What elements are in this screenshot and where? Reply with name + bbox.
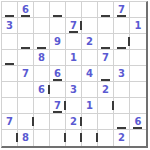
cell-r9c4[interactable] (50, 130, 66, 146)
cell-r8c3[interactable] (34, 114, 50, 130)
cell-r8c8[interactable] (114, 114, 130, 130)
cell-r1c4[interactable] (50, 2, 66, 18)
cell-r8c6[interactable] (82, 114, 98, 130)
cell-r1c8[interactable]: 7 (114, 2, 130, 18)
cell-r6c9[interactable] (130, 82, 146, 98)
cell-r4c5[interactable]: 1 (66, 50, 82, 66)
cell-r6c6[interactable] (82, 82, 98, 98)
cell-r9c6[interactable] (82, 130, 98, 146)
cell-r9c3[interactable] (34, 130, 50, 146)
cell-r8c1[interactable]: 7 (2, 114, 18, 130)
cell-r5c8[interactable]: 3 (114, 66, 130, 82)
cell-r2c9[interactable]: 1 (130, 18, 146, 34)
cell-r5c5[interactable] (66, 66, 82, 82)
cell-r4c3[interactable]: 8 (34, 50, 50, 66)
cell-r3c2[interactable] (18, 34, 34, 50)
cell-r7c8[interactable] (114, 98, 130, 114)
cell-r3c6[interactable]: 2 (82, 34, 98, 50)
cell-r5c2[interactable]: 7 (18, 66, 34, 82)
cell-r2c5[interactable]: 7 (66, 18, 82, 34)
cell-r3c7[interactable] (98, 34, 114, 50)
cell-r3c3[interactable] (34, 34, 50, 50)
cell-r8c4[interactable] (50, 114, 66, 130)
cell-r7c2[interactable] (18, 98, 34, 114)
cell-r7c5[interactable] (66, 98, 82, 114)
cell-r9c2[interactable]: 8 (18, 130, 34, 146)
cell-r6c7[interactable]: 2 (98, 82, 114, 98)
cell-r3c1[interactable] (2, 34, 18, 50)
cell-r1c9[interactable] (130, 2, 146, 18)
board: 673719281776436327172682 (1, 1, 148, 148)
cell-r6c8[interactable] (114, 82, 130, 98)
cell-r7c7[interactable] (98, 98, 114, 114)
cell-r5c4[interactable]: 6 (50, 66, 66, 82)
cell-r7c4[interactable]: 7 (50, 98, 66, 114)
cell-r9c7[interactable] (98, 130, 114, 146)
cell-r9c8[interactable]: 2 (114, 130, 130, 146)
cell-r3c5[interactable] (66, 34, 82, 50)
cell-r7c9[interactable] (130, 98, 146, 114)
cell-r9c5[interactable] (66, 130, 82, 146)
cell-r7c1[interactable] (2, 98, 18, 114)
cell-r6c4[interactable] (50, 82, 66, 98)
cell-r4c4[interactable] (50, 50, 66, 66)
cell-r8c2[interactable] (18, 114, 34, 130)
cell-r7c3[interactable] (34, 98, 50, 114)
cell-r7c6[interactable]: 1 (82, 98, 98, 114)
cell-r4c8[interactable] (114, 50, 130, 66)
cell-r4c1[interactable] (2, 50, 18, 66)
cell-r4c6[interactable] (82, 50, 98, 66)
cell-r5c7[interactable] (98, 66, 114, 82)
cell-r5c9[interactable] (130, 66, 146, 82)
cell-r2c3[interactable] (34, 18, 50, 34)
cell-r5c1[interactable] (2, 66, 18, 82)
cell-r3c8[interactable] (114, 34, 130, 50)
cell-r1c1[interactable] (2, 2, 18, 18)
cell-r2c6[interactable] (82, 18, 98, 34)
cell-r6c3[interactable]: 6 (34, 82, 50, 98)
cell-r1c7[interactable] (98, 2, 114, 18)
cell-r4c7[interactable]: 7 (98, 50, 114, 66)
cell-r4c9[interactable] (130, 50, 146, 66)
cell-r6c5[interactable]: 3 (66, 82, 82, 98)
cell-r1c5[interactable] (66, 2, 82, 18)
cell-r9c1[interactable] (2, 130, 18, 146)
cell-r8c9[interactable]: 6 (130, 114, 146, 130)
cell-r9c9[interactable] (130, 130, 146, 146)
cell-r1c3[interactable] (34, 2, 50, 18)
cell-r2c4[interactable] (50, 18, 66, 34)
cell-r2c7[interactable] (98, 18, 114, 34)
cell-r1c6[interactable] (82, 2, 98, 18)
cell-r2c1[interactable]: 3 (2, 18, 18, 34)
cell-r3c4[interactable]: 9 (50, 34, 66, 50)
cell-r2c2[interactable] (18, 18, 34, 34)
cell-r1c2[interactable]: 6 (18, 2, 34, 18)
cell-r8c5[interactable]: 2 (66, 114, 82, 130)
cell-r6c2[interactable] (18, 82, 34, 98)
cell-r6c1[interactable] (2, 82, 18, 98)
cell-r4c2[interactable] (18, 50, 34, 66)
cell-r3c9[interactable] (130, 34, 146, 50)
cell-r5c6[interactable]: 4 (82, 66, 98, 82)
cell-r8c7[interactable] (98, 114, 114, 130)
consecutive-sudoku-app: { "game": "consecutive-sudoku", "grid": … (0, 0, 150, 150)
cell-r2c8[interactable] (114, 18, 130, 34)
cell-r5c3[interactable] (34, 66, 50, 82)
